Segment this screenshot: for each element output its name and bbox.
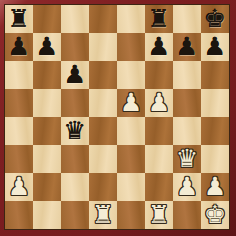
white-queen-icon: ♛	[176, 145, 198, 173]
square-b7[interactable]: ♟	[33, 33, 61, 61]
square-a5[interactable]	[5, 89, 33, 117]
square-b5[interactable]	[33, 89, 61, 117]
square-f3[interactable]	[145, 145, 173, 173]
white-pawn-icon: ♟	[204, 173, 226, 201]
chess-board: ♜♜♚♟♟♟♟♟♟♟♟♛♛♟♟♟♜♜♚	[5, 5, 229, 229]
square-e1[interactable]	[117, 201, 145, 229]
square-c5[interactable]	[61, 89, 89, 117]
square-f1[interactable]: ♜	[145, 201, 173, 229]
black-pawn-icon: ♟	[176, 33, 198, 61]
black-queen-icon: ♛	[64, 117, 86, 145]
square-h6[interactable]	[201, 61, 229, 89]
square-e6[interactable]	[117, 61, 145, 89]
square-h4[interactable]	[201, 117, 229, 145]
square-g3[interactable]: ♛	[173, 145, 201, 173]
square-d3[interactable]	[89, 145, 117, 173]
square-f8[interactable]: ♜	[145, 5, 173, 33]
white-pawn-icon: ♟	[120, 89, 142, 117]
square-d5[interactable]	[89, 89, 117, 117]
square-f2[interactable]	[145, 173, 173, 201]
square-h3[interactable]	[201, 145, 229, 173]
square-c4[interactable]: ♛	[61, 117, 89, 145]
white-pawn-icon: ♟	[148, 89, 170, 117]
black-pawn-icon: ♟	[204, 33, 226, 61]
square-c1[interactable]	[61, 201, 89, 229]
square-h7[interactable]: ♟	[201, 33, 229, 61]
square-e3[interactable]	[117, 145, 145, 173]
square-b2[interactable]	[33, 173, 61, 201]
square-d1[interactable]: ♜	[89, 201, 117, 229]
square-g7[interactable]: ♟	[173, 33, 201, 61]
square-g6[interactable]	[173, 61, 201, 89]
black-rook-icon: ♜	[8, 5, 30, 33]
white-king-icon: ♚	[204, 201, 226, 229]
square-h1[interactable]: ♚	[201, 201, 229, 229]
square-f5[interactable]: ♟	[145, 89, 173, 117]
black-pawn-icon: ♟	[148, 33, 170, 61]
square-e7[interactable]	[117, 33, 145, 61]
square-b6[interactable]	[33, 61, 61, 89]
square-b3[interactable]	[33, 145, 61, 173]
square-a2[interactable]: ♟	[5, 173, 33, 201]
square-b4[interactable]	[33, 117, 61, 145]
black-rook-icon: ♜	[148, 5, 170, 33]
black-king-icon: ♚	[204, 5, 226, 33]
square-e8[interactable]	[117, 5, 145, 33]
square-a3[interactable]	[5, 145, 33, 173]
square-e4[interactable]	[117, 117, 145, 145]
black-pawn-icon: ♟	[8, 33, 30, 61]
square-d2[interactable]	[89, 173, 117, 201]
black-pawn-icon: ♟	[64, 61, 86, 89]
black-pawn-icon: ♟	[36, 33, 58, 61]
square-g8[interactable]	[173, 5, 201, 33]
square-f4[interactable]	[145, 117, 173, 145]
white-rook-icon: ♜	[92, 201, 114, 229]
square-f6[interactable]	[145, 61, 173, 89]
square-g1[interactable]	[173, 201, 201, 229]
square-a4[interactable]	[5, 117, 33, 145]
square-h8[interactable]: ♚	[201, 5, 229, 33]
square-d7[interactable]	[89, 33, 117, 61]
square-c6[interactable]: ♟	[61, 61, 89, 89]
square-d8[interactable]	[89, 5, 117, 33]
square-a6[interactable]	[5, 61, 33, 89]
square-c8[interactable]	[61, 5, 89, 33]
square-f7[interactable]: ♟	[145, 33, 173, 61]
square-h2[interactable]: ♟	[201, 173, 229, 201]
square-a7[interactable]: ♟	[5, 33, 33, 61]
square-a1[interactable]	[5, 201, 33, 229]
square-c7[interactable]	[61, 33, 89, 61]
square-a8[interactable]: ♜	[5, 5, 33, 33]
square-e5[interactable]: ♟	[117, 89, 145, 117]
square-d6[interactable]	[89, 61, 117, 89]
white-pawn-icon: ♟	[176, 173, 198, 201]
square-b8[interactable]	[33, 5, 61, 33]
square-h5[interactable]	[201, 89, 229, 117]
square-g2[interactable]: ♟	[173, 173, 201, 201]
white-rook-icon: ♜	[148, 201, 170, 229]
square-b1[interactable]	[33, 201, 61, 229]
square-c3[interactable]	[61, 145, 89, 173]
square-g5[interactable]	[173, 89, 201, 117]
square-e2[interactable]	[117, 173, 145, 201]
square-g4[interactable]	[173, 117, 201, 145]
board-frame: ♜♜♚♟♟♟♟♟♟♟♟♛♛♟♟♟♜♜♚	[0, 0, 236, 236]
white-pawn-icon: ♟	[8, 173, 30, 201]
square-c2[interactable]	[61, 173, 89, 201]
square-d4[interactable]	[89, 117, 117, 145]
